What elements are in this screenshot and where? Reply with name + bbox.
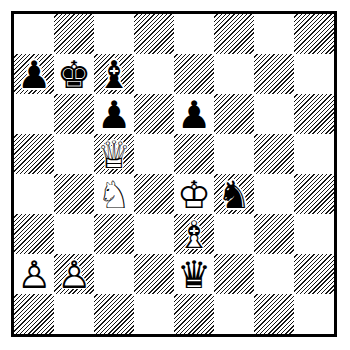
square-h3[interactable]	[294, 214, 334, 254]
square-d1[interactable]	[134, 294, 174, 334]
square-b1[interactable]	[54, 294, 94, 334]
square-b5[interactable]	[54, 134, 94, 174]
square-f5[interactable]	[214, 134, 254, 174]
piece-white-king[interactable]: ♚♔	[174, 174, 214, 214]
square-c6[interactable]: ♟	[94, 94, 134, 134]
square-f6[interactable]	[214, 94, 254, 134]
piece-black-pawn[interactable]: ♟	[94, 94, 134, 134]
knight-icon: ♞	[214, 174, 254, 214]
square-e4[interactable]: ♚♔	[174, 174, 214, 214]
square-e5[interactable]	[174, 134, 214, 174]
chess-board: ♟♚♝♟♟♛♕♞♘♚♔♞♝♗♟♙♟♙♛	[14, 14, 334, 334]
square-e3[interactable]: ♝♗	[174, 214, 214, 254]
square-c8[interactable]	[94, 14, 134, 54]
piece-white-knight[interactable]: ♞♘	[94, 174, 134, 214]
queen-icon: ♕	[94, 134, 134, 174]
pawn-icon: ♙	[54, 254, 94, 294]
bishop-icon: ♗	[174, 214, 214, 254]
square-g6[interactable]	[254, 94, 294, 134]
chess-board-frame: ♟♚♝♟♟♛♕♞♘♚♔♞♝♗♟♙♟♙♛	[11, 11, 337, 337]
square-a1[interactable]	[14, 294, 54, 334]
square-c3[interactable]	[94, 214, 134, 254]
pawn-icon: ♟	[14, 54, 54, 94]
piece-white-bishop[interactable]: ♝♗	[174, 214, 214, 254]
square-d4[interactable]	[134, 174, 174, 214]
square-f2[interactable]	[214, 254, 254, 294]
piece-white-pawn[interactable]: ♟♙	[14, 254, 54, 294]
pawn-icon: ♟	[94, 94, 134, 134]
pawn-icon: ♟	[174, 94, 214, 134]
piece-black-pawn[interactable]: ♟	[14, 54, 54, 94]
square-c1[interactable]	[94, 294, 134, 334]
square-d6[interactable]	[134, 94, 174, 134]
square-e7[interactable]	[174, 54, 214, 94]
square-f8[interactable]	[214, 14, 254, 54]
square-c5[interactable]: ♛♕	[94, 134, 134, 174]
piece-black-king[interactable]: ♚	[54, 54, 94, 94]
square-f4[interactable]: ♞	[214, 174, 254, 214]
piece-black-queen[interactable]: ♛	[174, 254, 214, 294]
square-d7[interactable]	[134, 54, 174, 94]
square-g5[interactable]	[254, 134, 294, 174]
square-f7[interactable]	[214, 54, 254, 94]
square-g3[interactable]	[254, 214, 294, 254]
square-c7[interactable]: ♝	[94, 54, 134, 94]
square-b8[interactable]	[54, 14, 94, 54]
chess-diagram: ♟♚♝♟♟♛♕♞♘♚♔♞♝♗♟♙♟♙♛	[0, 0, 350, 350]
square-g4[interactable]	[254, 174, 294, 214]
square-h2[interactable]	[294, 254, 334, 294]
square-a2[interactable]: ♟♙	[14, 254, 54, 294]
square-a3[interactable]	[14, 214, 54, 254]
square-b4[interactable]	[54, 174, 94, 214]
square-h8[interactable]	[294, 14, 334, 54]
square-d8[interactable]	[134, 14, 174, 54]
square-b2[interactable]: ♟♙	[54, 254, 94, 294]
piece-black-bishop[interactable]: ♝	[94, 54, 134, 94]
square-f3[interactable]	[214, 214, 254, 254]
piece-white-queen[interactable]: ♛♕	[94, 134, 134, 174]
square-h7[interactable]	[294, 54, 334, 94]
square-g8[interactable]	[254, 14, 294, 54]
king-icon: ♔	[174, 174, 214, 214]
square-e6[interactable]: ♟	[174, 94, 214, 134]
bishop-icon: ♝	[94, 54, 134, 94]
knight-icon: ♘	[94, 174, 134, 214]
square-h4[interactable]	[294, 174, 334, 214]
square-d5[interactable]	[134, 134, 174, 174]
king-icon: ♚	[54, 54, 94, 94]
square-d2[interactable]	[134, 254, 174, 294]
square-a5[interactable]	[14, 134, 54, 174]
square-d3[interactable]	[134, 214, 174, 254]
square-h5[interactable]	[294, 134, 334, 174]
square-c4[interactable]: ♞♘	[94, 174, 134, 214]
square-b6[interactable]	[54, 94, 94, 134]
square-g2[interactable]	[254, 254, 294, 294]
square-a6[interactable]	[14, 94, 54, 134]
pawn-icon: ♙	[14, 254, 54, 294]
square-a8[interactable]	[14, 14, 54, 54]
piece-black-pawn[interactable]: ♟	[174, 94, 214, 134]
square-h6[interactable]	[294, 94, 334, 134]
piece-white-pawn[interactable]: ♟♙	[54, 254, 94, 294]
square-e1[interactable]	[174, 294, 214, 334]
square-e2[interactable]: ♛	[174, 254, 214, 294]
square-f1[interactable]	[214, 294, 254, 334]
square-c2[interactable]	[94, 254, 134, 294]
square-e8[interactable]	[174, 14, 214, 54]
square-b7[interactable]: ♚	[54, 54, 94, 94]
queen-icon: ♛	[174, 254, 214, 294]
square-a4[interactable]	[14, 174, 54, 214]
square-g1[interactable]	[254, 294, 294, 334]
square-b3[interactable]	[54, 214, 94, 254]
square-a7[interactable]: ♟	[14, 54, 54, 94]
piece-black-knight[interactable]: ♞	[214, 174, 254, 214]
square-h1[interactable]	[294, 294, 334, 334]
square-g7[interactable]	[254, 54, 294, 94]
